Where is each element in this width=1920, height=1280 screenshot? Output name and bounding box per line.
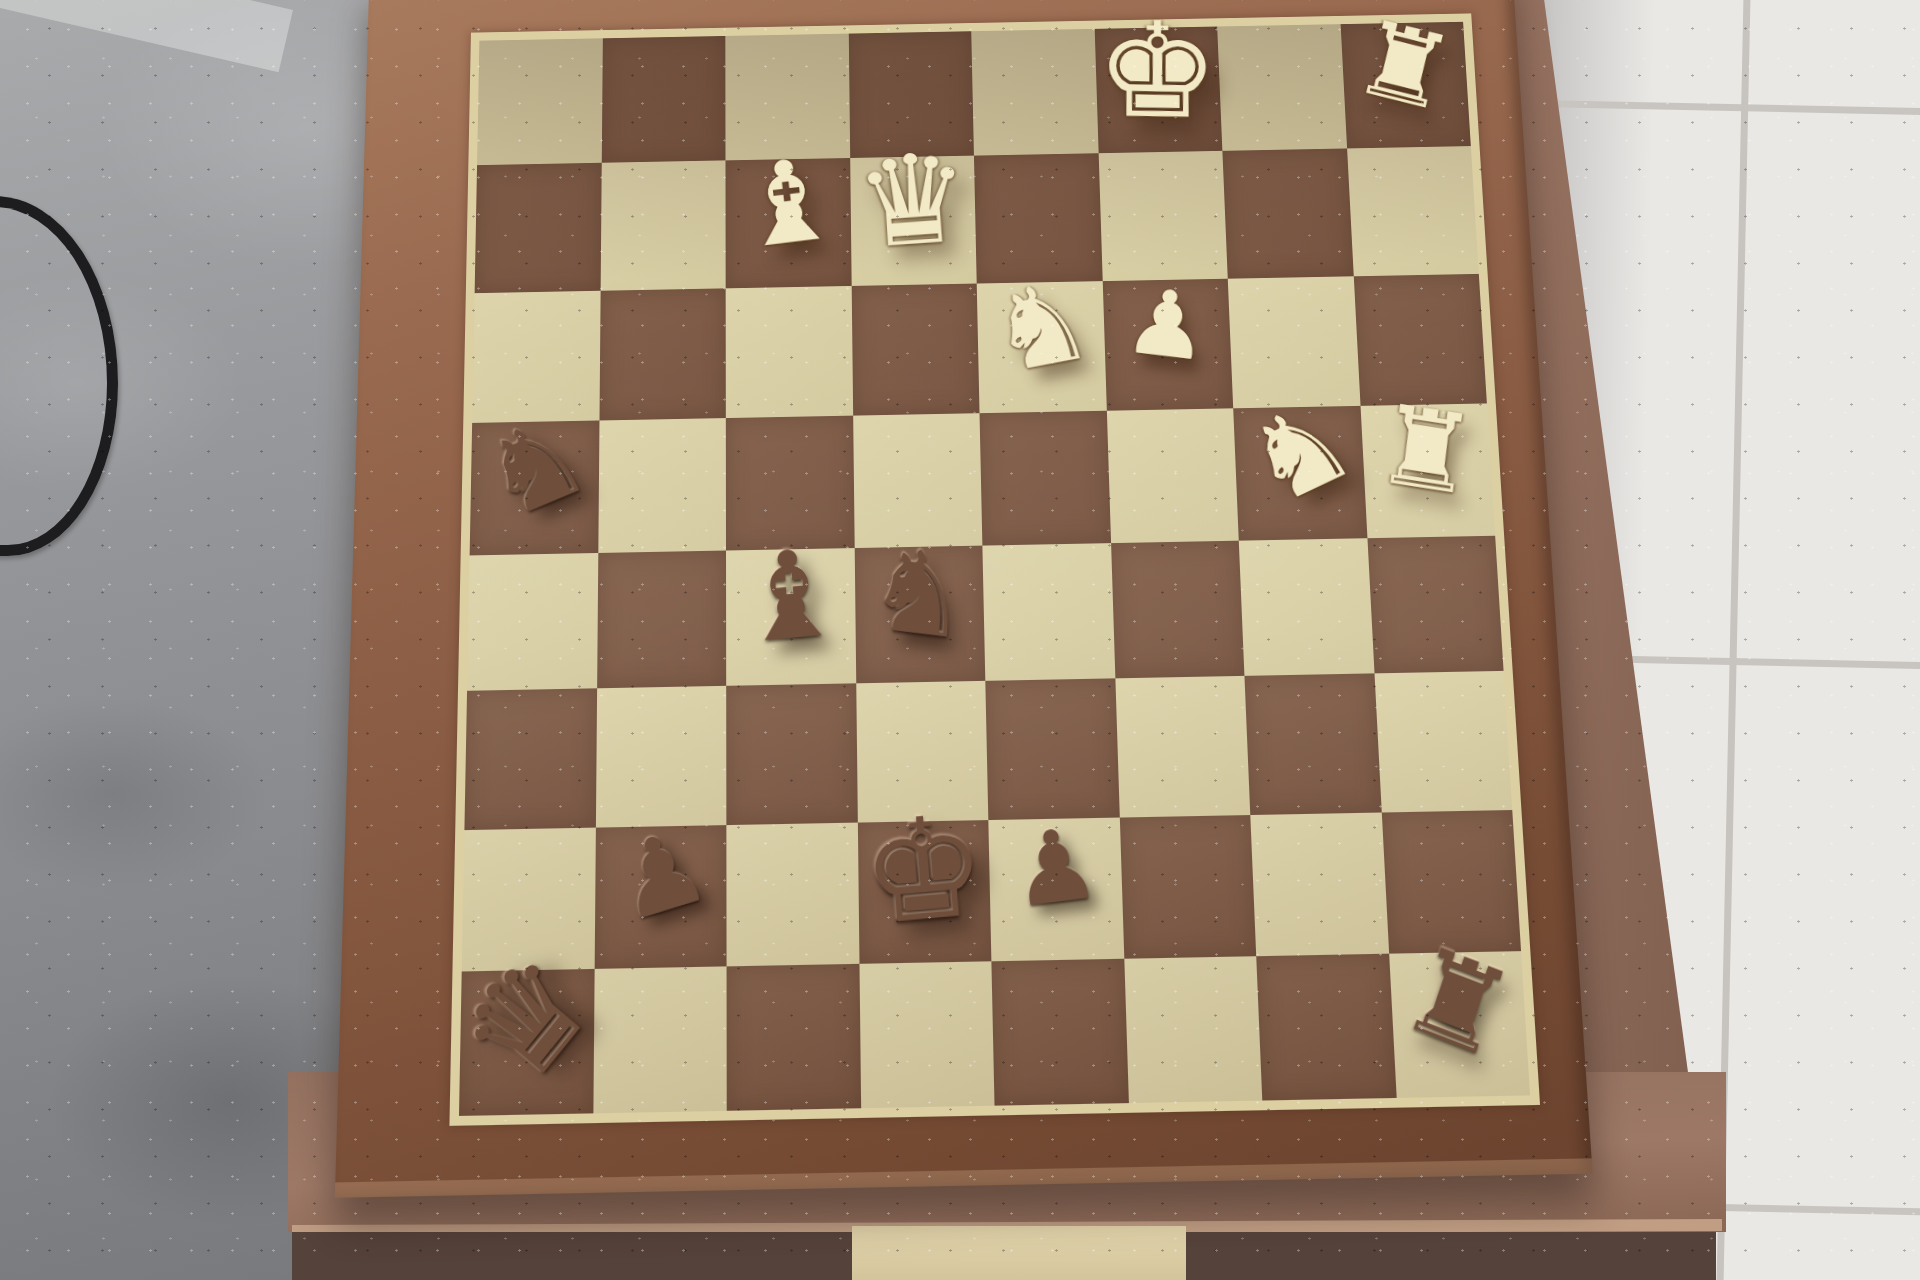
square-e3: [985, 679, 1119, 820]
square-f2: [1119, 815, 1256, 959]
black-bishop-glyph: ♝: [732, 531, 849, 661]
square-b3: [595, 686, 726, 827]
square-a7: [475, 163, 602, 293]
photo-overhead-chess-scene: { "game": "chess", "scene_description": …: [0, 0, 1920, 1280]
square-c1: [727, 964, 861, 1111]
square-d1: [859, 961, 995, 1108]
square-f5: [1106, 408, 1238, 543]
square-g1: [1256, 953, 1396, 1100]
square-e5: [980, 411, 1111, 546]
white-pawn-glyph: ♟: [1120, 274, 1213, 374]
square-b6: [599, 288, 726, 420]
square-f3: [1115, 676, 1250, 817]
black-pawn-glyph: ♟: [1006, 812, 1105, 921]
square-d6: [851, 283, 979, 415]
square-f4: [1111, 541, 1245, 679]
black-cable: [0, 196, 118, 556]
square-a4: [467, 553, 598, 691]
square-e1: [991, 958, 1128, 1105]
white-king-glyph: ♚: [1095, 4, 1219, 137]
square-c6: [726, 285, 853, 417]
wall-baseboard: [0, 0, 293, 72]
square-g8: [1217, 24, 1346, 151]
chess-board-scene: ♚♜♝♛♞♟♞♜♞♝♞♟♚♟♛♜: [335, 0, 1593, 1198]
square-c2: [726, 822, 859, 966]
square-b8: [601, 36, 725, 163]
black-king-glyph: ♚: [857, 794, 992, 945]
square-h7: [1347, 146, 1479, 276]
square-f7: [1098, 151, 1228, 281]
white-queen-glyph: ♛: [851, 135, 974, 267]
square-e8: [971, 29, 1098, 156]
square-h4: [1367, 536, 1504, 674]
square-b4: [597, 551, 727, 689]
square-g3: [1244, 674, 1381, 815]
square-f1: [1124, 956, 1262, 1103]
white-bishop-glyph: ♝: [729, 141, 847, 266]
square-b5: [598, 418, 726, 553]
board-maple-frame-line: ♚♜♝♛♞♟♞♜♞♝♞♟♚♟♛♜: [449, 13, 1540, 1125]
square-b7: [600, 161, 726, 291]
square-c3: [726, 684, 857, 825]
square-g2: [1250, 812, 1388, 956]
square-g7: [1222, 149, 1353, 279]
white-rook-glyph: ♜: [1370, 388, 1482, 511]
board-mahogany-frame: ♚♜♝♛♞♟♞♜♞♝♞♟♚♟♛♜: [335, 0, 1593, 1198]
square-g4: [1239, 538, 1374, 676]
square-b1: [593, 966, 727, 1113]
square-a3: [464, 689, 596, 830]
square-h3: [1374, 671, 1512, 812]
square-e4: [982, 543, 1115, 681]
chess-board-grid: ♚♜♝♛♞♟♞♜♞♝♞♟♚♟♛♜: [459, 22, 1530, 1116]
table-pedestal: [852, 1226, 1186, 1280]
square-a8: [477, 38, 602, 165]
black-knight-glyph: ♞: [861, 531, 977, 657]
